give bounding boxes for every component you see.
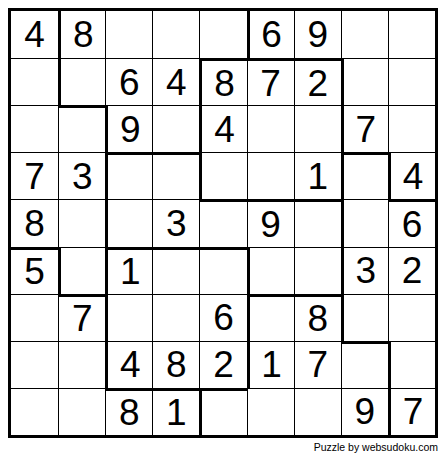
cell-r5c6: 9 bbox=[247, 199, 294, 246]
cell-r1c9[interactable] bbox=[388, 11, 435, 58]
cell-r3c7[interactable] bbox=[294, 105, 341, 152]
given-digit: 7 bbox=[403, 393, 424, 430]
cell-r7c9[interactable] bbox=[388, 294, 435, 341]
cell-r7c4[interactable] bbox=[152, 294, 199, 341]
given-digit: 7 bbox=[356, 111, 377, 148]
cell-r9c4: 1 bbox=[152, 388, 199, 435]
given-digit: 8 bbox=[214, 65, 235, 102]
cell-r9c3: 8 bbox=[105, 388, 152, 435]
given-digit: 4 bbox=[24, 16, 45, 53]
cell-r1c5[interactable] bbox=[199, 11, 246, 58]
cell-r5c9: 6 bbox=[388, 199, 435, 246]
given-digit: 8 bbox=[166, 346, 187, 383]
given-digit: 1 bbox=[261, 346, 282, 383]
cell-r2c1[interactable] bbox=[11, 58, 58, 105]
cell-r1c2: 8 bbox=[58, 11, 105, 58]
cell-r5c3[interactable] bbox=[105, 199, 152, 246]
cell-r2c6: 7 bbox=[247, 58, 294, 105]
given-digit: 4 bbox=[120, 346, 141, 383]
given-digit: 4 bbox=[403, 158, 424, 195]
cell-r1c3[interactable] bbox=[105, 11, 152, 58]
cell-r4c6[interactable] bbox=[247, 152, 294, 199]
given-digit: 4 bbox=[166, 64, 187, 101]
cell-r2c8[interactable] bbox=[341, 58, 388, 105]
cell-r5c5[interactable] bbox=[199, 199, 246, 246]
cell-r2c4: 4 bbox=[152, 58, 199, 105]
cell-r8c8[interactable] bbox=[341, 341, 388, 388]
given-digit: 1 bbox=[307, 158, 328, 195]
given-digit: 8 bbox=[307, 300, 328, 337]
given-digit: 9 bbox=[307, 16, 328, 53]
cell-r2c5: 8 bbox=[199, 58, 246, 105]
cell-r3c3: 9 bbox=[105, 105, 152, 152]
cell-r4c3[interactable] bbox=[105, 152, 152, 199]
cell-r3c2[interactable] bbox=[58, 105, 105, 152]
given-digit: 8 bbox=[119, 394, 140, 431]
cell-r7c7: 8 bbox=[294, 294, 341, 341]
given-digit: 4 bbox=[214, 111, 235, 148]
given-digit: 8 bbox=[24, 205, 45, 242]
cell-r7c2: 7 bbox=[58, 294, 105, 341]
cell-r9c7[interactable] bbox=[294, 388, 341, 435]
cell-r7c1[interactable] bbox=[11, 294, 58, 341]
cell-r5c2[interactable] bbox=[58, 199, 105, 246]
cell-r2c2[interactable] bbox=[58, 58, 105, 105]
cell-r9c1[interactable] bbox=[11, 388, 58, 435]
cell-r2c3: 6 bbox=[105, 58, 152, 105]
cell-r4c5[interactable] bbox=[199, 152, 246, 199]
cell-r1c6: 6 bbox=[247, 11, 294, 58]
cell-r7c5: 6 bbox=[199, 294, 246, 341]
cell-r6c2[interactable] bbox=[58, 247, 105, 294]
cell-r6c4[interactable] bbox=[152, 247, 199, 294]
given-digit: 3 bbox=[356, 252, 377, 289]
cell-r8c7: 7 bbox=[294, 341, 341, 388]
given-digit: 7 bbox=[72, 300, 93, 337]
cell-r4c8[interactable] bbox=[341, 152, 388, 199]
cell-r3c5: 4 bbox=[199, 105, 246, 152]
cell-r1c8[interactable] bbox=[341, 11, 388, 58]
cell-r3c8: 7 bbox=[341, 105, 388, 152]
given-digit: 6 bbox=[119, 64, 140, 101]
cell-r3c4[interactable] bbox=[152, 105, 199, 152]
cell-r5c7[interactable] bbox=[294, 199, 341, 246]
given-digit: 7 bbox=[24, 158, 45, 195]
cell-r6c7[interactable] bbox=[294, 247, 341, 294]
cell-r5c8[interactable] bbox=[341, 199, 388, 246]
puzzle-credit: Puzzle by websudoku.com bbox=[0, 441, 438, 453]
cell-r3c1[interactable] bbox=[11, 105, 58, 152]
given-digit: 3 bbox=[72, 158, 93, 195]
given-digit: 9 bbox=[260, 206, 281, 243]
given-digit: 3 bbox=[166, 205, 187, 242]
cell-r8c5: 2 bbox=[199, 341, 246, 388]
given-digit: 9 bbox=[120, 111, 141, 148]
cell-r8c4: 8 bbox=[152, 341, 199, 388]
given-digit: 2 bbox=[402, 252, 423, 289]
cell-r7c6[interactable] bbox=[247, 294, 294, 341]
cell-r6c3: 1 bbox=[105, 247, 152, 294]
given-digit: 1 bbox=[166, 394, 187, 431]
cell-r9c5[interactable] bbox=[199, 388, 246, 435]
given-digit: 2 bbox=[307, 65, 328, 102]
cell-r2c7: 2 bbox=[294, 58, 341, 105]
cell-r8c1[interactable] bbox=[11, 341, 58, 388]
cell-r1c1: 4 bbox=[11, 11, 58, 58]
cell-r8c9[interactable] bbox=[388, 341, 435, 388]
cell-r6c8: 3 bbox=[341, 247, 388, 294]
cell-r7c3[interactable] bbox=[105, 294, 152, 341]
cell-r3c6[interactable] bbox=[247, 105, 294, 152]
cell-r9c9: 7 bbox=[388, 388, 435, 435]
cell-r8c3: 4 bbox=[105, 341, 152, 388]
cell-r6c1: 5 bbox=[11, 247, 58, 294]
cell-r4c7: 1 bbox=[294, 152, 341, 199]
cell-r4c1: 7 bbox=[11, 152, 58, 199]
given-digit: 6 bbox=[261, 16, 282, 53]
given-digit: 8 bbox=[73, 16, 94, 53]
given-digit: 2 bbox=[213, 346, 234, 383]
cell-r6c6[interactable] bbox=[247, 247, 294, 294]
cell-r4c2: 3 bbox=[58, 152, 105, 199]
given-digit: 5 bbox=[24, 253, 45, 290]
cell-r2c9[interactable] bbox=[388, 58, 435, 105]
cell-r8c2[interactable] bbox=[58, 341, 105, 388]
cell-r6c5[interactable] bbox=[199, 247, 246, 294]
given-digit: 7 bbox=[260, 65, 281, 102]
given-digit: 7 bbox=[307, 346, 328, 383]
given-digit: 6 bbox=[213, 299, 234, 336]
cell-r5c4: 3 bbox=[152, 199, 199, 246]
cell-r4c9: 4 bbox=[388, 152, 435, 199]
cell-r4c4[interactable] bbox=[152, 152, 199, 199]
cell-r9c8: 9 bbox=[341, 388, 388, 435]
given-digit: 6 bbox=[402, 206, 423, 243]
cell-r1c7: 9 bbox=[294, 11, 341, 58]
cell-r6c9: 2 bbox=[388, 247, 435, 294]
cell-r5c1: 8 bbox=[11, 199, 58, 246]
sudoku-board: 486964872947731483965132768482178197 bbox=[8, 8, 438, 438]
cell-r1c4[interactable] bbox=[152, 11, 199, 58]
cell-r8c6: 1 bbox=[247, 341, 294, 388]
cell-r9c2[interactable] bbox=[58, 388, 105, 435]
given-digit: 1 bbox=[120, 253, 141, 290]
cell-r3c9[interactable] bbox=[388, 105, 435, 152]
cell-r7c8[interactable] bbox=[341, 294, 388, 341]
given-digit: 9 bbox=[355, 393, 376, 430]
cell-r9c6[interactable] bbox=[247, 388, 294, 435]
